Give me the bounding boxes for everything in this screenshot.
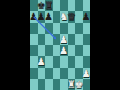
black-rook[interactable]: ♜: [44, 0, 53, 11]
board-square[interactable]: [45, 56, 53, 67]
board-square[interactable]: [38, 23, 46, 34]
board-square[interactable]: [45, 68, 53, 79]
board-square[interactable]: [60, 56, 68, 67]
board-square[interactable]: [38, 68, 46, 79]
screenshot-stage: ♚♜♟♟♟♞♛♟♟♟♟♟♜♚: [0, 0, 120, 90]
board-square[interactable]: [45, 79, 53, 90]
board-square[interactable]: ♟: [83, 11, 91, 22]
black-pawn[interactable]: ♟: [82, 11, 91, 22]
board-square[interactable]: [60, 0, 68, 11]
board-square[interactable]: [45, 45, 53, 56]
white-pawn[interactable]: ♟: [59, 34, 68, 45]
board-square[interactable]: ♚: [75, 79, 83, 90]
board-square[interactable]: [38, 79, 46, 90]
board-square[interactable]: [68, 34, 76, 45]
board-square[interactable]: [30, 79, 38, 90]
board-square[interactable]: [68, 56, 76, 67]
black-pawn[interactable]: ♟: [44, 11, 53, 22]
board-square[interactable]: [53, 79, 61, 90]
board-square[interactable]: ♟: [60, 34, 68, 45]
board-square[interactable]: [60, 23, 68, 34]
board-square[interactable]: ♟: [60, 45, 68, 56]
white-pawn[interactable]: ♟: [82, 68, 91, 79]
board-square[interactable]: [53, 0, 61, 11]
black-queen[interactable]: ♛: [67, 11, 76, 22]
board-square[interactable]: [83, 79, 91, 90]
board-square[interactable]: [83, 23, 91, 34]
board-square[interactable]: [75, 56, 83, 67]
board-square[interactable]: ♛: [68, 11, 76, 22]
board-square[interactable]: [68, 68, 76, 79]
board-square[interactable]: [83, 34, 91, 45]
board-square[interactable]: [83, 0, 91, 11]
board-square[interactable]: [75, 23, 83, 34]
board-square[interactable]: [30, 68, 38, 79]
board-square[interactable]: [38, 34, 46, 45]
board-square[interactable]: ♟: [38, 56, 46, 67]
white-pawn[interactable]: ♟: [37, 56, 46, 67]
board-square[interactable]: ♟: [83, 68, 91, 79]
board-square[interactable]: [30, 45, 38, 56]
white-king[interactable]: ♚: [74, 79, 83, 90]
board-square[interactable]: [30, 23, 38, 34]
board-square[interactable]: [53, 56, 61, 67]
white-pawn[interactable]: ♟: [59, 45, 68, 56]
letterbox-right: [90, 0, 120, 90]
chess-board[interactable]: ♚♜♟♟♟♞♛♟♟♟♟♟♜♚: [30, 0, 90, 90]
board-square[interactable]: [68, 0, 76, 11]
board-square[interactable]: [68, 23, 76, 34]
board-square[interactable]: [60, 68, 68, 79]
board-square[interactable]: [83, 45, 91, 56]
board-square[interactable]: [38, 45, 46, 56]
board-square[interactable]: [45, 34, 53, 45]
board-square[interactable]: [30, 34, 38, 45]
board-square[interactable]: [83, 56, 91, 67]
board-square[interactable]: [53, 68, 61, 79]
board-square[interactable]: [68, 45, 76, 56]
board-square[interactable]: ♜: [45, 0, 53, 11]
board-square[interactable]: ♟: [45, 11, 53, 22]
board-square[interactable]: [45, 23, 53, 34]
board-square[interactable]: [75, 45, 83, 56]
letterbox-left: [0, 0, 30, 90]
board-square[interactable]: [75, 34, 83, 45]
board-square[interactable]: [75, 0, 83, 11]
board-square[interactable]: [53, 23, 61, 34]
